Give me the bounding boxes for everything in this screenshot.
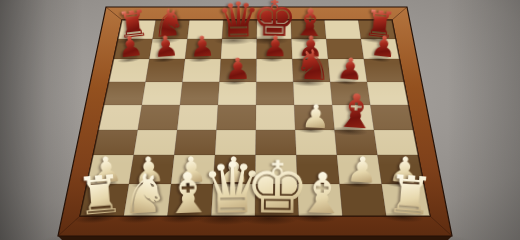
piece-red-pawn-g6[interactable]: ♟: [335, 54, 364, 85]
pawn-glyph: ♟: [224, 55, 251, 85]
bishop-glyph: ♝: [333, 86, 379, 136]
piece-red-pawn-c7[interactable]: ♟: [189, 33, 216, 62]
piece-white-pawn-f4[interactable]: ♟: [300, 100, 330, 133]
pawn-glyph: ♟: [335, 54, 364, 85]
pawn-glyph: ♟: [116, 32, 144, 63]
pawn-glyph: ♟: [153, 32, 180, 62]
pawn-glyph: ♟: [189, 33, 216, 62]
bishop-glyph: ♝: [296, 165, 348, 223]
piece-white-bishop-f1[interactable]: ♝: [296, 165, 348, 223]
scene-background: ♜♞♛♚♝♜♟♟♟♟♟♟♟♞♟♝♟♟♟♟♟♟♟♜♞♝♛♚♝♜: [0, 0, 520, 240]
piece-red-pawn-a7[interactable]: ♟: [116, 32, 144, 63]
piece-red-knight-f6[interactable]: ♞: [293, 43, 332, 86]
knight-glyph: ♞: [293, 43, 332, 86]
pieces-layer: ♜♞♛♚♝♜♟♟♟♟♟♟♟♞♟♝♟♟♟♟♟♟♟♜♞♝♛♚♝♜: [0, 0, 520, 240]
pawn-glyph: ♟: [300, 100, 330, 133]
pawn-glyph: ♟: [262, 33, 288, 62]
piece-red-pawn-b7[interactable]: ♟: [153, 32, 180, 62]
pawn-glyph: ♟: [345, 151, 379, 188]
piece-red-pawn-e7[interactable]: ♟: [262, 33, 288, 62]
pawn-glyph: ♟: [369, 32, 397, 63]
piece-red-bishop-g4[interactable]: ♝: [333, 86, 379, 136]
rook-glyph: ♜: [385, 168, 436, 224]
piece-red-pawn-d6[interactable]: ♟: [224, 55, 251, 85]
piece-white-rook-h1[interactable]: ♜: [385, 168, 436, 224]
piece-red-pawn-h7[interactable]: ♟: [369, 32, 397, 63]
piece-white-pawn-g2[interactable]: ♟: [345, 151, 379, 188]
